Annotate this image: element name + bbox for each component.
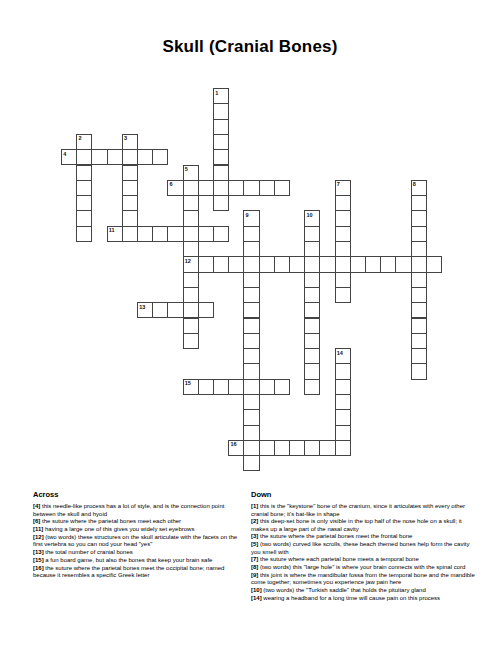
grid-cell[interactable]: [183, 241, 199, 257]
grid-cell[interactable]: [76, 226, 92, 242]
down-clue-list: [1] this is the "keystone" bone of the c…: [251, 503, 476, 602]
grid-cell[interactable]: [91, 149, 107, 165]
grid-cell[interactable]: [122, 149, 138, 165]
grid-cell[interactable]: [335, 425, 351, 441]
grid-cell[interactable]: [335, 241, 351, 257]
grid-cell[interactable]: [213, 379, 229, 395]
grid-cell[interactable]: [259, 256, 275, 272]
grid-cell[interactable]: [289, 440, 305, 456]
crossword-page: Skull (Cranial Bones) 123451267891011131…: [0, 0, 500, 647]
grid-cell[interactable]: [274, 256, 290, 272]
grid-cell[interactable]: [411, 226, 427, 242]
grid-cell[interactable]: [183, 333, 199, 349]
grid-cell[interactable]: [335, 394, 351, 410]
grid-cell[interactable]: [152, 226, 168, 242]
grid-cell[interactable]: [228, 256, 244, 272]
grid-cell[interactable]: [411, 287, 427, 303]
grid-cell[interactable]: [426, 256, 442, 272]
grid-cell[interactable]: [243, 348, 259, 364]
grid-cell[interactable]: [304, 241, 320, 257]
grid-cell[interactable]: 1: [213, 88, 229, 104]
grid-cell[interactable]: [243, 363, 259, 379]
grid-cell[interactable]: [213, 256, 229, 272]
grid-cell[interactable]: [76, 165, 92, 181]
grid-cell[interactable]: [152, 302, 168, 318]
down-clues-section: Down [1] this is the "keystone" bone of …: [251, 491, 476, 603]
grid-cell[interactable]: [259, 440, 275, 456]
clue-down-14: [14] wearing a headband for a long time …: [251, 595, 476, 602]
grid-cell[interactable]: [213, 149, 229, 165]
grid-cell[interactable]: [213, 103, 229, 119]
grid-cell[interactable]: [350, 256, 366, 272]
clue-across-11: [11] having a large one of this gives yo…: [33, 526, 248, 533]
grid-cell[interactable]: [411, 256, 427, 272]
clue-across-15: [15] a fun board game, but also the bone…: [33, 557, 248, 564]
grid-cell[interactable]: [183, 287, 199, 303]
clue-number: 13: [139, 304, 145, 310]
grid-cell[interactable]: [243, 425, 259, 441]
grid-cell[interactable]: [304, 302, 320, 318]
grid-cell[interactable]: 7: [335, 180, 351, 196]
clue-down-8: [8] (two words) this "large hole" is whe…: [251, 564, 476, 571]
grid-cell[interactable]: [243, 180, 259, 196]
grid-cell[interactable]: [243, 256, 259, 272]
grid-cell[interactable]: [122, 165, 138, 181]
clue-across-4: [4] this needle-like process has a lot o…: [33, 503, 248, 518]
grid-cell[interactable]: [274, 379, 290, 395]
grid-cell[interactable]: [411, 333, 427, 349]
crossword-grid: 12345126789101113141516: [61, 88, 442, 472]
grid-cell[interactable]: [76, 210, 92, 226]
grid-cell[interactable]: [122, 226, 138, 242]
grid-cell[interactable]: [183, 226, 199, 242]
grid-cell[interactable]: [76, 149, 92, 165]
clue-number: 4: [63, 151, 66, 157]
grid-cell[interactable]: [243, 241, 259, 257]
grid-cell[interactable]: 13: [137, 302, 153, 318]
grid-cell[interactable]: [198, 379, 214, 395]
clue-across-6: [6] the suture where the parietal bones …: [33, 518, 248, 525]
clue-down-10: [10] (two words) the "Turkish saddle" th…: [251, 587, 476, 594]
clue-number: 10: [306, 212, 312, 218]
grid-cell[interactable]: [183, 195, 199, 211]
grid-cell[interactable]: [137, 226, 153, 242]
grid-cell[interactable]: [243, 333, 259, 349]
clue-number: 12: [185, 258, 191, 264]
grid-cell[interactable]: [152, 149, 168, 165]
grid-cell[interactable]: [228, 180, 244, 196]
grid-cell[interactable]: [319, 440, 335, 456]
grid-cell[interactable]: [304, 272, 320, 288]
grid-cell[interactable]: [304, 363, 320, 379]
grid-cell[interactable]: [411, 210, 427, 226]
grid-cell[interactable]: 11: [107, 226, 123, 242]
clue-number: 14: [337, 350, 343, 356]
grid-cell[interactable]: [304, 256, 320, 272]
grid-cell[interactable]: 12: [183, 256, 199, 272]
grid-cell[interactable]: 2: [76, 134, 92, 150]
across-clues-section: Across [4] this needle-like process has …: [33, 491, 248, 580]
grid-cell[interactable]: [213, 180, 229, 196]
grid-cell[interactable]: [228, 379, 244, 395]
clue-number: 11: [109, 227, 115, 233]
grid-cell[interactable]: [198, 256, 214, 272]
grid-cell[interactable]: 4: [61, 149, 77, 165]
grid-cell[interactable]: [411, 241, 427, 257]
grid-cell[interactable]: [335, 409, 351, 425]
grid-cell[interactable]: [122, 210, 138, 226]
grid-cell[interactable]: [304, 226, 320, 242]
grid-cell[interactable]: 5: [183, 165, 199, 181]
clue-across-12: [12] (two words) these structures on the…: [33, 534, 248, 549]
grid-cell[interactable]: [304, 348, 320, 364]
grid-cell[interactable]: [411, 363, 427, 379]
across-clue-list: [4] this needle-like process has a lot o…: [33, 503, 248, 579]
grid-cell[interactable]: [274, 440, 290, 456]
across-heading: Across: [33, 491, 248, 498]
grid-cell[interactable]: [335, 287, 351, 303]
clue-down-9: [9] this joint is where the mandibular f…: [251, 572, 476, 587]
grid-cell[interactable]: [243, 394, 259, 410]
grid-cell[interactable]: [411, 195, 427, 211]
grid-cell[interactable]: [137, 149, 153, 165]
puzzle-title: Skull (Cranial Bones): [0, 37, 500, 57]
grid-cell[interactable]: [107, 149, 123, 165]
grid-cell[interactable]: [243, 226, 259, 242]
grid-cell[interactable]: [243, 272, 259, 288]
grid-cell[interactable]: [198, 226, 214, 242]
grid-cell[interactable]: 16: [228, 440, 244, 456]
grid-cell[interactable]: [243, 302, 259, 318]
grid-cell[interactable]: [304, 318, 320, 334]
grid-cell[interactable]: 8: [411, 180, 427, 196]
grid-cell[interactable]: [335, 440, 351, 456]
clue-number: 1: [215, 90, 218, 96]
clue-across-16: [16] the suture where the parietal bones…: [33, 565, 248, 580]
grid-cell[interactable]: [259, 180, 275, 196]
grid-cell[interactable]: [213, 195, 229, 211]
grid-cell[interactable]: [167, 302, 183, 318]
grid-cell[interactable]: [411, 348, 427, 364]
grid-cell[interactable]: [411, 272, 427, 288]
grid-cell[interactable]: [183, 302, 199, 318]
grid-cell[interactable]: 10: [304, 210, 320, 226]
grid-cell[interactable]: [198, 180, 214, 196]
grid-cell[interactable]: [335, 272, 351, 288]
clue-number: 9: [246, 212, 249, 218]
grid-cell[interactable]: [335, 379, 351, 395]
clue-number: 15: [185, 380, 191, 386]
grid-cell[interactable]: [304, 287, 320, 303]
grid-cell[interactable]: [335, 226, 351, 242]
clue-across-13: [13] the total number of cranial bones: [33, 549, 248, 556]
grid-cell[interactable]: 6: [167, 180, 183, 196]
grid-cell[interactable]: [183, 272, 199, 288]
grid-cell[interactable]: [243, 409, 259, 425]
clue-number: 3: [124, 135, 127, 141]
clue-number: 16: [230, 441, 236, 447]
grid-cell[interactable]: 14: [335, 348, 351, 364]
grid-cell[interactable]: [243, 455, 259, 471]
grid-cell[interactable]: [213, 165, 229, 181]
grid-cell[interactable]: [335, 256, 351, 272]
clue-number: 5: [185, 166, 188, 172]
grid-cell[interactable]: [380, 256, 396, 272]
grid-cell[interactable]: [411, 318, 427, 334]
down-heading: Down: [251, 491, 476, 498]
grid-cell[interactable]: [198, 302, 214, 318]
grid-cell[interactable]: [76, 195, 92, 211]
grid-cell[interactable]: [122, 195, 138, 211]
grid-cell[interactable]: [289, 256, 305, 272]
clue-number: 8: [413, 181, 416, 187]
grid-cell[interactable]: [411, 302, 427, 318]
grid-cell[interactable]: [365, 256, 381, 272]
grid-cell[interactable]: [183, 180, 199, 196]
clue-down-5: [5] (two words) curved like scrolls, the…: [251, 541, 476, 556]
grid-cell[interactable]: [243, 287, 259, 303]
grid-cell[interactable]: [243, 318, 259, 334]
grid-cell[interactable]: [335, 210, 351, 226]
grid-cell[interactable]: [213, 226, 229, 242]
clue-number: 7: [337, 181, 340, 187]
grid-cell[interactable]: 9: [243, 210, 259, 226]
grid-cell[interactable]: [259, 379, 275, 395]
grid-cell[interactable]: [304, 379, 320, 395]
grid-cell[interactable]: [183, 210, 199, 226]
grid-cell[interactable]: [274, 180, 290, 196]
grid-cell[interactable]: [213, 134, 229, 150]
grid-cell[interactable]: 3: [122, 134, 138, 150]
grid-cell[interactable]: [304, 333, 320, 349]
grid-cell[interactable]: 15: [183, 379, 199, 395]
grid-cell[interactable]: [335, 195, 351, 211]
clue-down-2: [2] this deep-set bone is only visible i…: [251, 518, 476, 533]
clue-number: 2: [78, 135, 81, 141]
clue-down-7: [7] the suture where each parietal bone …: [251, 556, 476, 563]
grid-cell[interactable]: [243, 440, 259, 456]
grid-cell[interactable]: [243, 379, 259, 395]
grid-cell[interactable]: [335, 363, 351, 379]
clue-down-1: [1] this is the "keystone" bone of the c…: [251, 503, 476, 518]
clue-number: 6: [170, 181, 173, 187]
grid-cell[interactable]: [183, 318, 199, 334]
grid-cell[interactable]: [304, 440, 320, 456]
grid-cell[interactable]: [76, 180, 92, 196]
grid-cell[interactable]: [395, 256, 411, 272]
clue-down-3: [3] the suture where the parietal bones …: [251, 533, 476, 540]
grid-cell[interactable]: [319, 256, 335, 272]
grid-cell[interactable]: [167, 226, 183, 242]
grid-cell[interactable]: [213, 119, 229, 135]
grid-cell[interactable]: [122, 180, 138, 196]
